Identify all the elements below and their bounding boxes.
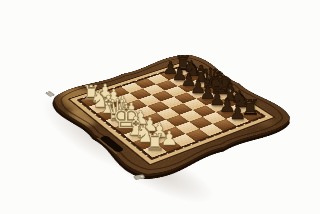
- corner-clasp: [45, 91, 55, 97]
- chess-case-plane: [31, 45, 315, 189]
- scene: ♜♞♝♛♚♝♞♜♟♟♟♟♟♟♟♟♟♟♟♟♟♟♟♟♜♞♝♛♚♝♞♜: [0, 0, 320, 214]
